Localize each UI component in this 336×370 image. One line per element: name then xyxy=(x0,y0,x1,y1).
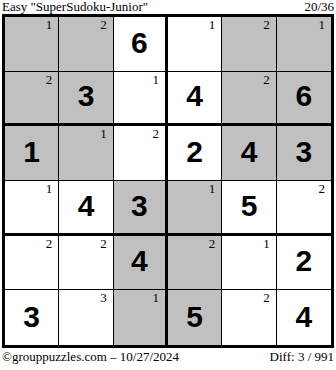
cell-r4c2[interactable]: 4 xyxy=(59,181,113,236)
corner-clue: 1 xyxy=(46,18,53,31)
cell-r6c5[interactable]: 2 xyxy=(222,290,276,345)
corner-clue: 1 xyxy=(46,182,53,195)
cell-r2c4[interactable]: 4 xyxy=(168,72,222,127)
corner-clue: 2 xyxy=(263,73,270,86)
corner-clue: 2 xyxy=(100,237,107,250)
header: Easy "SuperSudoku-Junior" 20/36 xyxy=(0,0,336,14)
cell-r1c5[interactable]: 2 xyxy=(222,17,276,72)
cell-r2c3[interactable]: 1 xyxy=(114,72,168,127)
cell-value: 4 xyxy=(186,81,203,111)
cell-r5c3[interactable]: 4 xyxy=(114,236,168,291)
corner-clue: 2 xyxy=(318,182,325,195)
cell-value: 4 xyxy=(131,246,148,276)
cell-r2c2[interactable]: 3 xyxy=(59,72,113,127)
cell-r3c6[interactable]: 3 xyxy=(277,126,331,181)
corner-clue: 1 xyxy=(263,237,270,250)
copyright-text: ©grouppuzzles.com – 10/27/2024 xyxy=(2,350,179,364)
cell-r5c6[interactable]: 2 xyxy=(277,236,331,291)
cell-value: 1 xyxy=(23,137,40,167)
cell-value: 3 xyxy=(23,302,40,332)
corner-clue: 2 xyxy=(263,18,270,31)
corner-clue: 1 xyxy=(152,73,159,86)
cell-value: 2 xyxy=(186,137,203,167)
cell-value: 5 xyxy=(241,191,258,221)
cell-value: 3 xyxy=(295,137,312,167)
corner-clue: 1 xyxy=(318,18,325,31)
cell-r6c3[interactable]: 1 xyxy=(114,290,168,345)
cell-r2c6[interactable]: 6 xyxy=(277,72,331,127)
cell-r1c1[interactable]: 1 xyxy=(5,17,59,72)
cell-r3c4[interactable]: 2 xyxy=(168,126,222,181)
puzzle-page: Easy "SuperSudoku-Junior" 20/36 12612123… xyxy=(0,0,336,370)
corner-clue: 2 xyxy=(46,73,53,86)
cell-r5c2[interactable]: 2 xyxy=(59,236,113,291)
cell-r2c1[interactable]: 2 xyxy=(5,72,59,127)
cell-value: 3 xyxy=(131,191,148,221)
corner-clue: 2 xyxy=(263,291,270,304)
cell-value: 6 xyxy=(131,28,148,58)
cell-value: 3 xyxy=(78,81,95,111)
cell-r5c5[interactable]: 1 xyxy=(222,236,276,291)
cell-r1c3[interactable]: 6 xyxy=(114,17,168,72)
cell-r1c4[interactable]: 1 xyxy=(168,17,222,72)
cell-value: 6 xyxy=(295,81,312,111)
cell-r5c4[interactable]: 2 xyxy=(168,236,222,291)
corner-clue: 1 xyxy=(209,18,216,31)
cell-value: 4 xyxy=(295,302,312,332)
cell-value: 4 xyxy=(241,137,258,167)
cell-r4c6[interactable]: 2 xyxy=(277,181,331,236)
corner-clue: 2 xyxy=(100,18,107,31)
puzzle-title: Easy "SuperSudoku-Junior" xyxy=(2,0,148,14)
cell-r3c1[interactable]: 1 xyxy=(5,126,59,181)
difficulty-text: Diff: 3 / 991 xyxy=(270,350,334,364)
cell-r1c2[interactable]: 2 xyxy=(59,17,113,72)
corner-clue: 2 xyxy=(152,127,159,140)
corner-clue: 1 xyxy=(100,127,107,140)
cell-r3c3[interactable]: 2 xyxy=(114,126,168,181)
cell-r2c5[interactable]: 2 xyxy=(222,72,276,127)
corner-clue: 3 xyxy=(100,291,107,304)
cell-r3c5[interactable]: 4 xyxy=(222,126,276,181)
cell-r4c4[interactable]: 1 xyxy=(168,181,222,236)
cell-value: 2 xyxy=(295,246,312,276)
corner-clue: 1 xyxy=(209,182,216,195)
cell-r3c2[interactable]: 1 xyxy=(59,126,113,181)
cell-r6c1[interactable]: 3 xyxy=(5,290,59,345)
cell-r5c1[interactable]: 2 xyxy=(5,236,59,291)
corner-clue: 2 xyxy=(209,237,216,250)
cell-r4c1[interactable]: 1 xyxy=(5,181,59,236)
cell-value: 5 xyxy=(186,302,203,332)
corner-clue: 1 xyxy=(152,291,159,304)
cell-r4c5[interactable]: 5 xyxy=(222,181,276,236)
cell-r6c6[interactable]: 4 xyxy=(277,290,331,345)
sudoku-board: 126121231426112243143152224212331524 xyxy=(2,14,334,348)
footer: ©grouppuzzles.com – 10/27/2024 Diff: 3 /… xyxy=(0,348,336,370)
progress-counter: 20/36 xyxy=(304,0,334,14)
cell-r1c6[interactable]: 1 xyxy=(277,17,331,72)
corner-clue: 2 xyxy=(46,237,53,250)
cell-r6c4[interactable]: 5 xyxy=(168,290,222,345)
cell-r4c3[interactable]: 3 xyxy=(114,181,168,236)
cell-r6c2[interactable]: 3 xyxy=(59,290,113,345)
cell-value: 4 xyxy=(78,191,95,221)
